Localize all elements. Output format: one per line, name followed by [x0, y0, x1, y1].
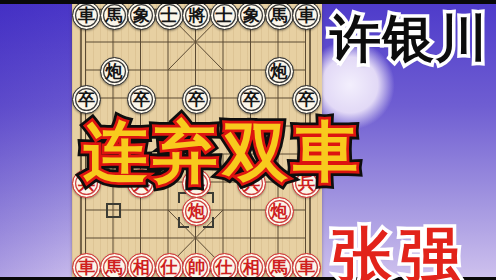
xiangqi-piece-red[interactable]: 車: [72, 253, 101, 280]
xiangqi-piece-black[interactable]: 士: [155, 1, 184, 30]
xiangqi-piece-red[interactable]: 仕: [210, 253, 239, 280]
xiangqi-piece-red[interactable]: 車: [292, 253, 321, 280]
xiangqi-piece-black[interactable]: 炮: [100, 57, 129, 86]
last-move-origin-marker: [106, 203, 121, 218]
xiangqi-piece-black[interactable]: 車: [292, 1, 321, 30]
xiangqi-piece-black[interactable]: 馬: [265, 1, 294, 30]
video-frame: 車馬象士將士象馬車炮炮卒卒卒卒卒兵兵兵兵兵炮炮車馬相仕帥仕相馬車 许银川 许银川…: [0, 0, 496, 280]
xiangqi-piece-red[interactable]: 炮: [182, 197, 211, 226]
xiangqi-piece-red[interactable]: 相: [237, 253, 266, 280]
xiangqi-piece-black[interactable]: 象: [127, 1, 156, 30]
xiangqi-piece-red[interactable]: 馬: [100, 253, 129, 280]
xiangqi-piece-red[interactable]: 仕: [155, 253, 184, 280]
xiangqi-piece-red[interactable]: 帥: [182, 253, 211, 280]
xiangqi-piece-black[interactable]: 車: [72, 1, 101, 30]
xiangqi-piece-black[interactable]: 將: [182, 1, 211, 30]
letterbox-top: [0, 0, 496, 4]
xiangqi-piece-black[interactable]: 炮: [265, 57, 294, 86]
player-bottom-name-text: 张强: [332, 216, 468, 280]
player-top-name-text: 许银川: [330, 5, 489, 74]
video-title-text: 连弃双車: [83, 108, 363, 196]
xiangqi-piece-black[interactable]: 象: [237, 1, 266, 30]
xiangqi-piece-red[interactable]: 相: [127, 253, 156, 280]
xiangqi-piece-black[interactable]: 士: [210, 1, 239, 30]
xiangqi-piece-black[interactable]: 馬: [100, 1, 129, 30]
xiangqi-piece-red[interactable]: 炮: [265, 197, 294, 226]
xiangqi-piece-red[interactable]: 馬: [265, 253, 294, 280]
